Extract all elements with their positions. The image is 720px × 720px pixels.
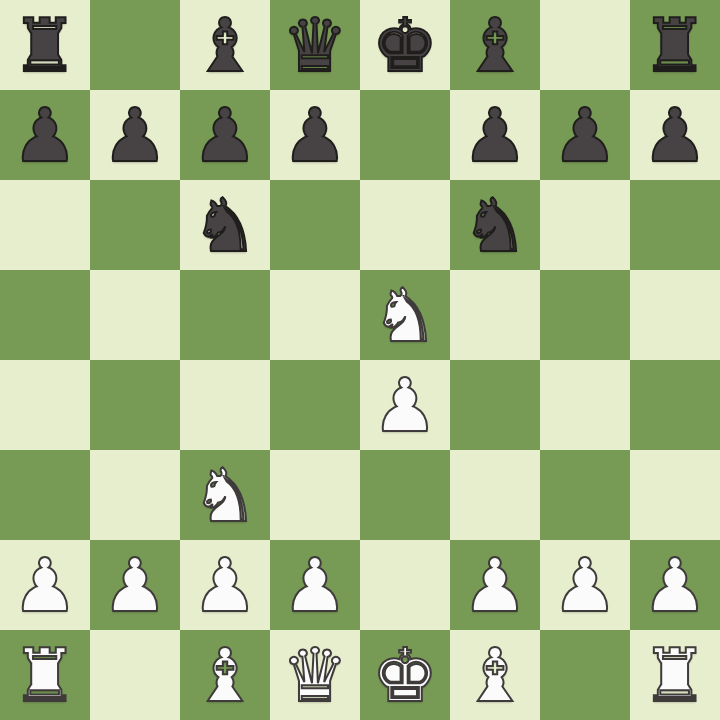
black-king[interactable]: ♚ — [360, 0, 450, 90]
black-queen[interactable]: ♛ — [270, 0, 360, 90]
black-pawn[interactable]: ♟︎ — [540, 90, 630, 180]
square-f7[interactable]: ♟︎ — [450, 90, 540, 180]
square-b2[interactable]: ♟︎ — [90, 540, 180, 630]
square-c7[interactable]: ♟︎ — [180, 90, 270, 180]
chess-board: ♜♝♛♚♝♜♟︎♟︎♟︎♟︎♟︎♟︎♟︎♞♞♞♟︎♞♟︎♟︎♟︎♟︎♟︎♟︎♟︎… — [0, 0, 720, 720]
black-knight[interactable]: ♞ — [180, 180, 270, 270]
square-e3[interactable] — [360, 450, 450, 540]
square-b4[interactable] — [90, 360, 180, 450]
black-pawn[interactable]: ♟︎ — [630, 90, 720, 180]
square-h5[interactable] — [630, 270, 720, 360]
black-rook[interactable]: ♜ — [0, 0, 90, 90]
square-g4[interactable] — [540, 360, 630, 450]
white-queen[interactable]: ♛ — [270, 630, 360, 720]
square-f2[interactable]: ♟︎ — [450, 540, 540, 630]
square-c4[interactable] — [180, 360, 270, 450]
square-a3[interactable] — [0, 450, 90, 540]
white-pawn[interactable]: ♟︎ — [270, 540, 360, 630]
square-g2[interactable]: ♟︎ — [540, 540, 630, 630]
square-c2[interactable]: ♟︎ — [180, 540, 270, 630]
square-a7[interactable]: ♟︎ — [0, 90, 90, 180]
square-a1[interactable]: ♜ — [0, 630, 90, 720]
square-f1[interactable]: ♝ — [450, 630, 540, 720]
black-pawn[interactable]: ♟︎ — [90, 90, 180, 180]
white-pawn[interactable]: ♟︎ — [0, 540, 90, 630]
square-h6[interactable] — [630, 180, 720, 270]
square-c3[interactable]: ♞ — [180, 450, 270, 540]
square-a6[interactable] — [0, 180, 90, 270]
square-a8[interactable]: ♜ — [0, 0, 90, 90]
square-b7[interactable]: ♟︎ — [90, 90, 180, 180]
black-bishop[interactable]: ♝ — [450, 0, 540, 90]
square-h8[interactable]: ♜ — [630, 0, 720, 90]
square-c1[interactable]: ♝ — [180, 630, 270, 720]
square-f6[interactable]: ♞ — [450, 180, 540, 270]
square-d7[interactable]: ♟︎ — [270, 90, 360, 180]
square-d6[interactable] — [270, 180, 360, 270]
black-pawn[interactable]: ♟︎ — [0, 90, 90, 180]
square-d2[interactable]: ♟︎ — [270, 540, 360, 630]
square-b5[interactable] — [90, 270, 180, 360]
square-e8[interactable]: ♚ — [360, 0, 450, 90]
square-d1[interactable]: ♛ — [270, 630, 360, 720]
white-pawn[interactable]: ♟︎ — [450, 540, 540, 630]
square-e1[interactable]: ♚ — [360, 630, 450, 720]
white-pawn[interactable]: ♟︎ — [630, 540, 720, 630]
black-pawn[interactable]: ♟︎ — [270, 90, 360, 180]
white-pawn[interactable]: ♟︎ — [180, 540, 270, 630]
square-e2[interactable] — [360, 540, 450, 630]
white-knight[interactable]: ♞ — [180, 450, 270, 540]
black-bishop[interactable]: ♝ — [180, 0, 270, 90]
square-h2[interactable]: ♟︎ — [630, 540, 720, 630]
square-g6[interactable] — [540, 180, 630, 270]
square-e5[interactable]: ♞ — [360, 270, 450, 360]
square-d5[interactable] — [270, 270, 360, 360]
square-a4[interactable] — [0, 360, 90, 450]
square-g1[interactable] — [540, 630, 630, 720]
square-d8[interactable]: ♛ — [270, 0, 360, 90]
square-f4[interactable] — [450, 360, 540, 450]
square-a2[interactable]: ♟︎ — [0, 540, 90, 630]
white-knight[interactable]: ♞ — [360, 270, 450, 360]
white-rook[interactable]: ♜ — [630, 630, 720, 720]
square-f3[interactable] — [450, 450, 540, 540]
square-e4[interactable]: ♟︎ — [360, 360, 450, 450]
white-pawn[interactable]: ♟︎ — [90, 540, 180, 630]
square-b1[interactable] — [90, 630, 180, 720]
square-c5[interactable] — [180, 270, 270, 360]
square-a5[interactable] — [0, 270, 90, 360]
square-h3[interactable] — [630, 450, 720, 540]
square-b6[interactable] — [90, 180, 180, 270]
square-c6[interactable]: ♞ — [180, 180, 270, 270]
square-h1[interactable]: ♜ — [630, 630, 720, 720]
square-b8[interactable] — [90, 0, 180, 90]
black-pawn[interactable]: ♟︎ — [180, 90, 270, 180]
white-king[interactable]: ♚ — [360, 630, 450, 720]
square-b3[interactable] — [90, 450, 180, 540]
square-g8[interactable] — [540, 0, 630, 90]
square-d4[interactable] — [270, 360, 360, 450]
square-f5[interactable] — [450, 270, 540, 360]
black-knight[interactable]: ♞ — [450, 180, 540, 270]
square-e7[interactable] — [360, 90, 450, 180]
square-g7[interactable]: ♟︎ — [540, 90, 630, 180]
square-e6[interactable] — [360, 180, 450, 270]
square-c8[interactable]: ♝ — [180, 0, 270, 90]
white-rook[interactable]: ♜ — [0, 630, 90, 720]
white-bishop[interactable]: ♝ — [180, 630, 270, 720]
square-g3[interactable] — [540, 450, 630, 540]
black-rook[interactable]: ♜ — [630, 0, 720, 90]
white-pawn[interactable]: ♟︎ — [360, 360, 450, 450]
square-d3[interactable] — [270, 450, 360, 540]
white-pawn[interactable]: ♟︎ — [540, 540, 630, 630]
black-pawn[interactable]: ♟︎ — [450, 90, 540, 180]
white-bishop[interactable]: ♝ — [450, 630, 540, 720]
square-h4[interactable] — [630, 360, 720, 450]
square-f8[interactable]: ♝ — [450, 0, 540, 90]
square-g5[interactable] — [540, 270, 630, 360]
square-h7[interactable]: ♟︎ — [630, 90, 720, 180]
